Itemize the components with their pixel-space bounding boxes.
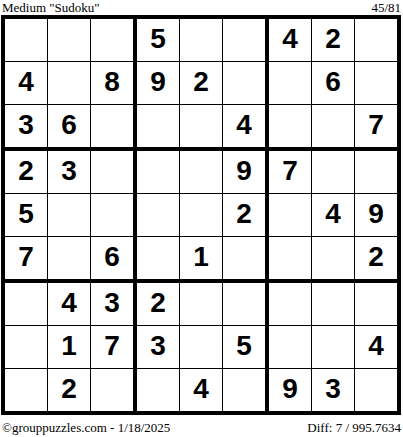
cell-r6c8[interactable]	[312, 237, 355, 283]
cell-r6c1: 7	[5, 237, 48, 283]
cell-r7c8[interactable]	[312, 283, 355, 326]
cell-r6c7[interactable]	[269, 237, 312, 283]
cell-r4c9[interactable]	[355, 151, 397, 194]
cell-r7c6[interactable]	[223, 283, 269, 326]
cell-r1c2[interactable]	[48, 19, 91, 62]
cell-r3c9: 7	[355, 105, 397, 151]
cell-r2c6[interactable]	[223, 62, 269, 105]
cell-r1c5[interactable]	[180, 19, 223, 62]
cell-r3c7[interactable]	[269, 105, 312, 151]
cell-r4c8[interactable]	[312, 151, 355, 194]
cell-r3c3[interactable]	[91, 105, 137, 151]
cell-r2c2[interactable]	[48, 62, 91, 105]
cell-r5c2[interactable]	[48, 194, 91, 237]
cell-r4c7: 7	[269, 151, 312, 194]
cell-r7c9[interactable]	[355, 283, 397, 326]
cell-r3c4[interactable]	[137, 105, 180, 151]
cell-r8c4: 3	[137, 326, 180, 369]
cell-r6c2[interactable]	[48, 237, 91, 283]
cell-r9c9[interactable]	[355, 369, 397, 411]
cell-r9c3[interactable]	[91, 369, 137, 411]
cell-r8c1[interactable]	[5, 326, 48, 369]
cell-r4c2: 3	[48, 151, 91, 194]
cell-r9c5: 4	[180, 369, 223, 411]
cell-r2c4: 9	[137, 62, 180, 105]
cell-r2c9[interactable]	[355, 62, 397, 105]
cell-r9c1[interactable]	[5, 369, 48, 411]
cell-r8c2: 1	[48, 326, 91, 369]
cell-r6c9: 2	[355, 237, 397, 283]
cell-r9c6[interactable]	[223, 369, 269, 411]
cell-r7c5[interactable]	[180, 283, 223, 326]
puzzle-title: Medium "Sudoku"	[2, 1, 100, 14]
cell-r8c9: 4	[355, 326, 397, 369]
cell-r4c4[interactable]	[137, 151, 180, 194]
cell-r3c5[interactable]	[180, 105, 223, 151]
cell-r3c1: 3	[5, 105, 48, 151]
cell-r8c3: 7	[91, 326, 137, 369]
cell-r4c5[interactable]	[180, 151, 223, 194]
cell-r9c4[interactable]	[137, 369, 180, 411]
cell-r5c6: 2	[223, 194, 269, 237]
cell-r1c7: 4	[269, 19, 312, 62]
cell-r7c2: 4	[48, 283, 91, 326]
sudoku-board: 542489263647239752497612432173542493	[1, 15, 401, 415]
cell-r2c8: 6	[312, 62, 355, 105]
cell-r5c3[interactable]	[91, 194, 137, 237]
cell-r5c5[interactable]	[180, 194, 223, 237]
cell-r1c6[interactable]	[223, 19, 269, 62]
cell-r3c6: 4	[223, 105, 269, 151]
cell-r5c4[interactable]	[137, 194, 180, 237]
cell-r5c9: 9	[355, 194, 397, 237]
cell-r8c5[interactable]	[180, 326, 223, 369]
header-bar: Medium "Sudoku" 45/81	[0, 0, 403, 15]
cell-r5c1: 5	[5, 194, 48, 237]
cell-r7c4: 2	[137, 283, 180, 326]
cell-r2c7[interactable]	[269, 62, 312, 105]
cell-r6c6[interactable]	[223, 237, 269, 283]
cell-r3c8[interactable]	[312, 105, 355, 151]
cell-r8c7[interactable]	[269, 326, 312, 369]
empty-cells-counter: 45/81	[371, 1, 401, 14]
cell-r5c8: 4	[312, 194, 355, 237]
cell-r6c5: 1	[180, 237, 223, 283]
cell-r1c1[interactable]	[5, 19, 48, 62]
cell-r2c1: 4	[5, 62, 48, 105]
footer-bar: ©grouppuzzles.com - 1/18/2025 Diff: 7 / …	[0, 415, 403, 435]
cell-r3c2: 6	[48, 105, 91, 151]
difficulty-text: Diff: 7 / 995.7634	[307, 421, 401, 435]
cell-r8c8[interactable]	[312, 326, 355, 369]
cell-r9c8: 3	[312, 369, 355, 411]
cell-r1c8: 2	[312, 19, 355, 62]
cell-r7c1[interactable]	[5, 283, 48, 326]
cell-r1c3[interactable]	[91, 19, 137, 62]
cell-r2c3: 8	[91, 62, 137, 105]
cell-r4c3[interactable]	[91, 151, 137, 194]
cell-r4c6: 9	[223, 151, 269, 194]
cell-r7c3: 3	[91, 283, 137, 326]
cell-r6c3: 6	[91, 237, 137, 283]
copyright-text: ©grouppuzzles.com - 1/18/2025	[2, 421, 170, 435]
cell-r6c4[interactable]	[137, 237, 180, 283]
cell-r5c7[interactable]	[269, 194, 312, 237]
cell-r2c5: 2	[180, 62, 223, 105]
cell-r8c6: 5	[223, 326, 269, 369]
cell-r4c1: 2	[5, 151, 48, 194]
cell-r7c7[interactable]	[269, 283, 312, 326]
cell-r1c9[interactable]	[355, 19, 397, 62]
cell-r1c4: 5	[137, 19, 180, 62]
cell-r9c2: 2	[48, 369, 91, 411]
cell-r9c7: 9	[269, 369, 312, 411]
